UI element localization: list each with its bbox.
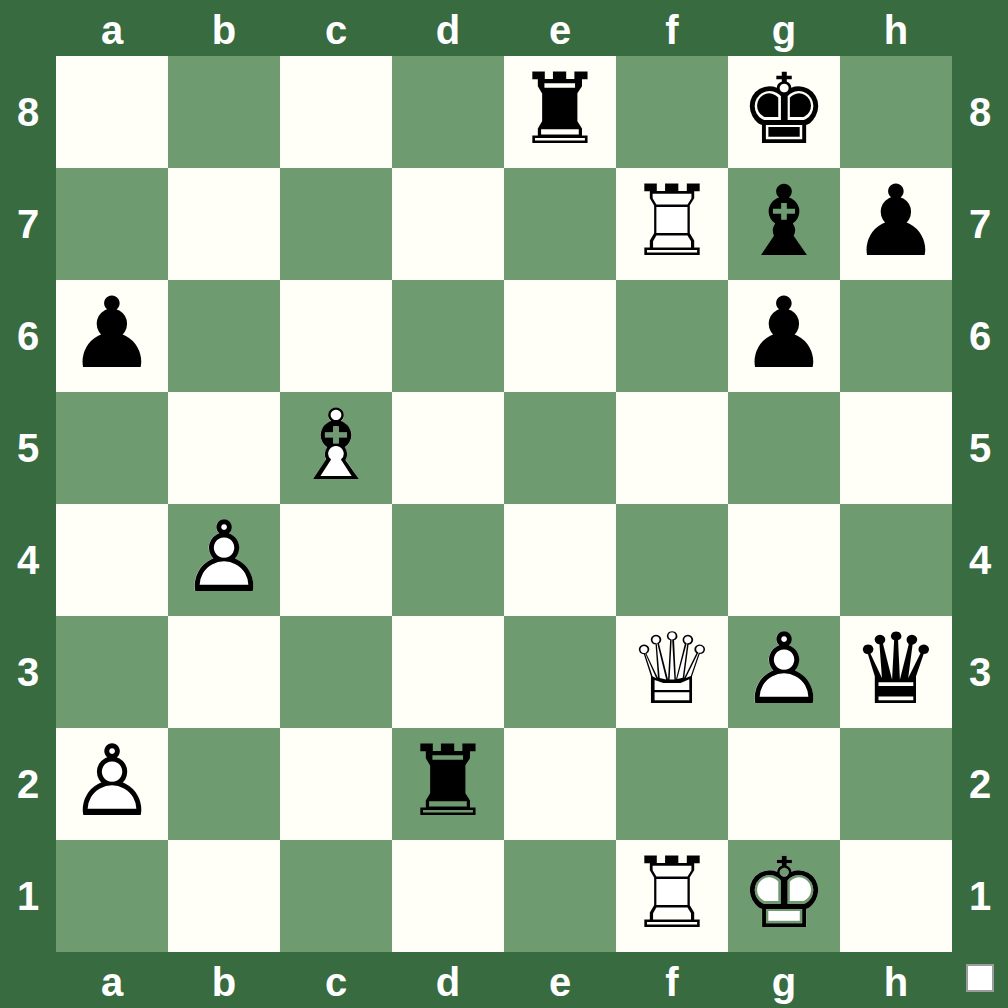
square-a7[interactable]: [56, 168, 168, 280]
square-b5[interactable]: [168, 392, 280, 504]
white-king[interactable]: ♚♔: [728, 840, 840, 952]
white-pawn-outline: ♙: [56, 728, 168, 840]
white-queen-outline: ♕: [616, 616, 728, 728]
square-e3[interactable]: [504, 616, 616, 728]
black-bishop-glyph: ♝: [728, 168, 840, 280]
square-b8[interactable]: [168, 56, 280, 168]
file-label-h: h: [840, 952, 952, 1008]
square-f7[interactable]: ♜♖: [616, 168, 728, 280]
square-a1[interactable]: [56, 840, 168, 952]
black-rook[interactable]: ♜: [504, 56, 616, 168]
square-d6[interactable]: [392, 280, 504, 392]
black-king-glyph: ♚: [728, 56, 840, 168]
square-f6[interactable]: [616, 280, 728, 392]
black-rook[interactable]: ♜: [392, 728, 504, 840]
file-label-d: d: [392, 952, 504, 1008]
white-rook[interactable]: ♜♖: [616, 840, 728, 952]
square-d2[interactable]: ♜: [392, 728, 504, 840]
black-pawn[interactable]: ♟: [840, 168, 952, 280]
square-b7[interactable]: [168, 168, 280, 280]
rank-labels-right: 87654321: [952, 56, 1008, 952]
square-a2[interactable]: ♟♙: [56, 728, 168, 840]
corner-marker: [966, 964, 994, 992]
rank-labels-left: 87654321: [0, 56, 56, 952]
file-label-a: a: [56, 952, 168, 1008]
square-f5[interactable]: [616, 392, 728, 504]
file-label-d: d: [392, 0, 504, 56]
square-h5[interactable]: [840, 392, 952, 504]
rank-label-1: 1: [0, 840, 56, 952]
square-c1[interactable]: [280, 840, 392, 952]
rank-label-1: 1: [952, 840, 1008, 952]
square-h6[interactable]: [840, 280, 952, 392]
square-h7[interactable]: ♟: [840, 168, 952, 280]
white-pawn[interactable]: ♟♙: [56, 728, 168, 840]
square-f2[interactable]: [616, 728, 728, 840]
file-labels-top: abcdefgh: [56, 0, 952, 56]
square-e6[interactable]: [504, 280, 616, 392]
square-d4[interactable]: [392, 504, 504, 616]
white-queen[interactable]: ♛♕: [616, 616, 728, 728]
square-b1[interactable]: [168, 840, 280, 952]
chess-board[interactable]: ♜♚♜♖♝♟♟♟♝♗♟♙♛♕♟♙♛♟♙♜♜♖♚♔: [56, 56, 952, 952]
square-e1[interactable]: [504, 840, 616, 952]
black-king[interactable]: ♚: [728, 56, 840, 168]
white-bishop[interactable]: ♝♗: [280, 392, 392, 504]
black-pawn[interactable]: ♟: [56, 280, 168, 392]
rank-label-5: 5: [952, 392, 1008, 504]
file-label-f: f: [616, 0, 728, 56]
rank-label-3: 3: [952, 616, 1008, 728]
square-e4[interactable]: [504, 504, 616, 616]
square-h2[interactable]: [840, 728, 952, 840]
white-pawn[interactable]: ♟♙: [168, 504, 280, 616]
white-pawn-outline: ♙: [728, 616, 840, 728]
white-rook-outline: ♖: [616, 840, 728, 952]
square-c3[interactable]: [280, 616, 392, 728]
square-e7[interactable]: [504, 168, 616, 280]
white-rook-outline: ♖: [616, 168, 728, 280]
rank-label-4: 4: [0, 504, 56, 616]
black-pawn-glyph: ♟: [840, 168, 952, 280]
square-c2[interactable]: [280, 728, 392, 840]
rank-label-7: 7: [0, 168, 56, 280]
square-c7[interactable]: [280, 168, 392, 280]
square-b4[interactable]: ♟♙: [168, 504, 280, 616]
square-g7[interactable]: ♝: [728, 168, 840, 280]
square-a4[interactable]: [56, 504, 168, 616]
rank-label-4: 4: [952, 504, 1008, 616]
square-f8[interactable]: [616, 56, 728, 168]
square-a3[interactable]: [56, 616, 168, 728]
file-label-g: g: [728, 952, 840, 1008]
square-h3[interactable]: ♛: [840, 616, 952, 728]
chess-board-frame: abcdefgh abcdefgh 87654321 87654321 ♜♚♜♖…: [0, 0, 1008, 1008]
square-g3[interactable]: ♟♙: [728, 616, 840, 728]
rank-label-8: 8: [0, 56, 56, 168]
square-g5[interactable]: [728, 392, 840, 504]
square-e2[interactable]: [504, 728, 616, 840]
black-queen[interactable]: ♛: [840, 616, 952, 728]
square-d5[interactable]: [392, 392, 504, 504]
white-rook[interactable]: ♜♖: [616, 168, 728, 280]
file-label-h: h: [840, 0, 952, 56]
square-a8[interactable]: [56, 56, 168, 168]
file-label-g: g: [728, 0, 840, 56]
black-pawn-glyph: ♟: [728, 280, 840, 392]
file-label-b: b: [168, 0, 280, 56]
square-f4[interactable]: [616, 504, 728, 616]
square-b6[interactable]: [168, 280, 280, 392]
rank-label-6: 6: [0, 280, 56, 392]
square-d7[interactable]: [392, 168, 504, 280]
square-c4[interactable]: [280, 504, 392, 616]
square-h8[interactable]: [840, 56, 952, 168]
black-queen-glyph: ♛: [840, 616, 952, 728]
rank-label-8: 8: [952, 56, 1008, 168]
file-label-c: c: [280, 0, 392, 56]
white-bishop-outline: ♗: [280, 392, 392, 504]
rank-label-7: 7: [952, 168, 1008, 280]
square-c5[interactable]: ♝♗: [280, 392, 392, 504]
rank-label-2: 2: [0, 728, 56, 840]
square-d8[interactable]: [392, 56, 504, 168]
square-f3[interactable]: ♛♕: [616, 616, 728, 728]
rank-label-2: 2: [952, 728, 1008, 840]
file-label-c: c: [280, 952, 392, 1008]
file-labels-bottom: abcdefgh: [56, 952, 952, 1008]
square-f1[interactable]: ♜♖: [616, 840, 728, 952]
file-label-e: e: [504, 952, 616, 1008]
black-pawn[interactable]: ♟: [728, 280, 840, 392]
white-pawn[interactable]: ♟♙: [728, 616, 840, 728]
square-h4[interactable]: [840, 504, 952, 616]
black-rook-glyph: ♜: [504, 56, 616, 168]
square-b3[interactable]: [168, 616, 280, 728]
black-bishop[interactable]: ♝: [728, 168, 840, 280]
square-d1[interactable]: [392, 840, 504, 952]
file-label-b: b: [168, 952, 280, 1008]
square-c6[interactable]: [280, 280, 392, 392]
file-label-f: f: [616, 952, 728, 1008]
black-rook-glyph: ♜: [392, 728, 504, 840]
square-h1[interactable]: [840, 840, 952, 952]
square-e8[interactable]: ♜: [504, 56, 616, 168]
white-pawn-outline: ♙: [168, 504, 280, 616]
square-d3[interactable]: [392, 616, 504, 728]
square-b2[interactable]: [168, 728, 280, 840]
rank-label-5: 5: [0, 392, 56, 504]
white-king-outline: ♔: [728, 840, 840, 952]
file-label-e: e: [504, 0, 616, 56]
square-g2[interactable]: [728, 728, 840, 840]
rank-label-6: 6: [952, 280, 1008, 392]
square-c8[interactable]: [280, 56, 392, 168]
square-g8[interactable]: ♚: [728, 56, 840, 168]
square-g1[interactable]: ♚♔: [728, 840, 840, 952]
file-label-a: a: [56, 0, 168, 56]
square-e5[interactable]: [504, 392, 616, 504]
square-a5[interactable]: [56, 392, 168, 504]
rank-label-3: 3: [0, 616, 56, 728]
black-pawn-glyph: ♟: [56, 280, 168, 392]
square-a6[interactable]: ♟: [56, 280, 168, 392]
square-g4[interactable]: [728, 504, 840, 616]
square-g6[interactable]: ♟: [728, 280, 840, 392]
